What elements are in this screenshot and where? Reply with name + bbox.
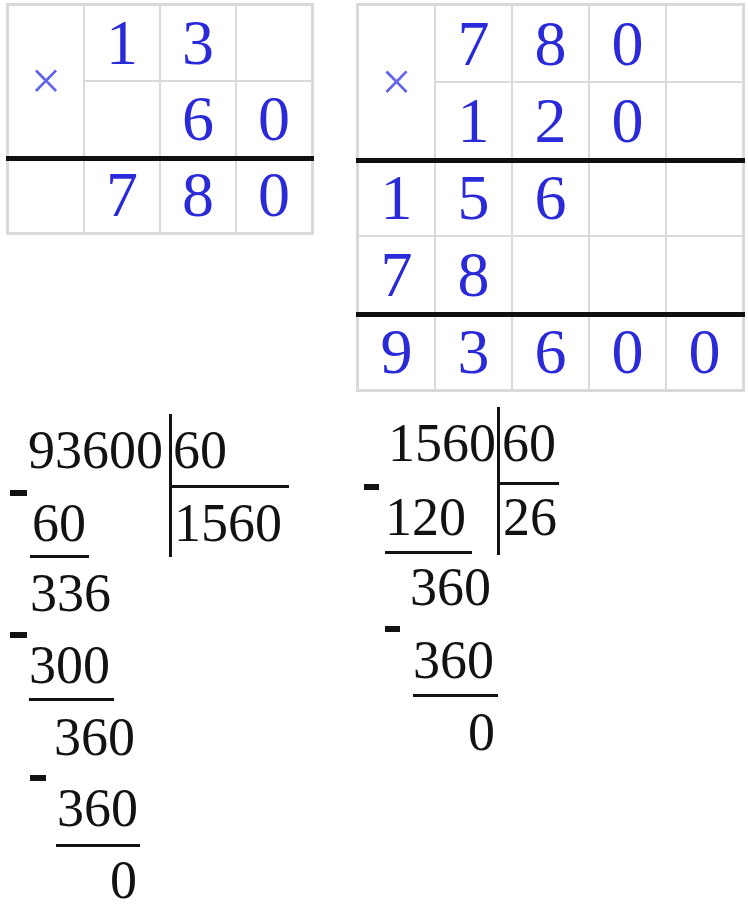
grid-cell: [666, 82, 743, 159]
grid-cell: 0: [589, 82, 666, 159]
divisor: 60: [173, 423, 227, 477]
multiply-sign: ×: [358, 5, 435, 159]
grid-cell: [666, 236, 743, 313]
grid-cell: 3: [160, 5, 236, 81]
subtrahend: 360: [57, 781, 138, 835]
subtraction-rule: [56, 844, 140, 847]
minus-sign: [364, 484, 379, 490]
grid-cell: 0: [666, 313, 743, 390]
grid-cell: 1: [358, 159, 435, 236]
subtrahend: 60: [32, 496, 86, 550]
grid-cell: 5: [435, 159, 512, 236]
subtrahend: 360: [413, 633, 494, 687]
product-rule-line: [356, 312, 745, 317]
dividend: 1560: [388, 416, 496, 470]
grid-cell: [236, 5, 312, 81]
subtrahend: 300: [29, 638, 110, 692]
divisor: 60: [502, 416, 556, 470]
multiplication-grid-780x120: × 7 8 0 1 2 0 1 5 6 7 8 9 3 6 0 0: [356, 3, 745, 392]
worksheet: × 1 3 6 0 7 8 0 × 7 8 0 1 2 0 1 5 6 7 8 …: [0, 0, 748, 912]
grid-cell: 7: [435, 5, 512, 82]
subtraction-rule: [413, 694, 498, 697]
final-remainder: 0: [468, 705, 495, 759]
grid-cell: 8: [512, 5, 589, 82]
grid-cell: 6: [512, 313, 589, 390]
grid-cell: [84, 81, 160, 157]
subtraction-rule: [385, 551, 472, 554]
grid-cell: [8, 157, 84, 233]
final-remainder: 0: [110, 853, 137, 907]
dividend: 93600: [28, 423, 163, 477]
partial-products-rule-line: [356, 158, 745, 163]
grid-cell: [512, 236, 589, 313]
grid-cell: 0: [589, 313, 666, 390]
minus-sign: [10, 632, 27, 638]
minus-sign: [30, 775, 46, 781]
multiplication-grid-13x60: × 1 3 6 0 7 8 0: [6, 3, 314, 235]
grid-cell: 2: [512, 82, 589, 159]
minus-sign: [385, 626, 400, 632]
multiply-sign: ×: [8, 5, 84, 157]
grid-cell: 1: [435, 82, 512, 159]
grid-cell: [589, 159, 666, 236]
division-bracket-horizontal: [170, 485, 289, 488]
grid-cell: [666, 5, 743, 82]
remainder: 336: [30, 566, 111, 620]
grid-cell: 6: [160, 81, 236, 157]
grid-cell: 7: [358, 236, 435, 313]
division-bracket-horizontal: [499, 482, 559, 485]
subtraction-rule: [29, 698, 114, 701]
subtrahend: 120: [385, 490, 466, 544]
minus-sign: [10, 490, 27, 496]
grid-cell: 7: [84, 157, 160, 233]
division-bracket-vertical: [497, 407, 500, 555]
quotient: 26: [503, 490, 557, 544]
remainder: 360: [410, 560, 491, 614]
quotient: 1560: [174, 496, 282, 550]
grid-cell: 9: [358, 313, 435, 390]
grid-cell: 8: [435, 236, 512, 313]
grid-cell: [666, 159, 743, 236]
grid-cell: 3: [435, 313, 512, 390]
grid-cell: 8: [160, 157, 236, 233]
grid-cell: 0: [236, 81, 312, 157]
grid-cell: [589, 236, 666, 313]
grid-cell: 0: [236, 157, 312, 233]
grid-cell: 1: [84, 5, 160, 81]
subtraction-rule: [30, 555, 89, 558]
grid-cell: 0: [589, 5, 666, 82]
remainder: 360: [54, 710, 135, 764]
grid-cell: 6: [512, 159, 589, 236]
product-rule-line: [6, 156, 314, 161]
